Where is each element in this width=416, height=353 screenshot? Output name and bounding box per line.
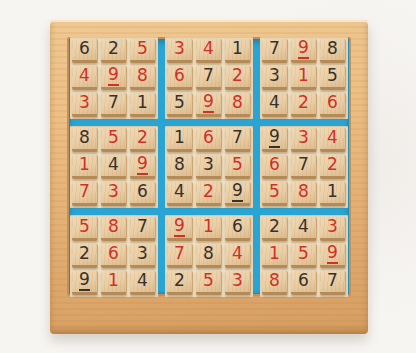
tile-r2c9[interactable]: 5 (320, 66, 346, 90)
tile-r3c4[interactable]: 5 (167, 93, 193, 117)
tile-r4c1[interactable]: 8 (72, 128, 98, 152)
tile-digit: 4 (108, 156, 119, 174)
tile-digit: 4 (269, 94, 280, 112)
tile-r1c4[interactable]: 3 (167, 39, 193, 63)
sudoku-block-r2c1: 852149736 (70, 126, 158, 208)
tile-digit: 8 (269, 272, 280, 290)
tile-digit: 7 (232, 129, 243, 147)
tile-digit: 4 (137, 272, 148, 290)
tile-digit: 5 (79, 218, 90, 236)
tile-r7c5[interactable]: 1 (196, 217, 222, 241)
sudoku-board-frame: 6254983713416725987983154268521497361678… (50, 20, 368, 334)
tile-digit: 4 (232, 245, 243, 263)
tile-digit: 5 (174, 94, 185, 112)
sudoku-block-r1c1: 625498371 (70, 37, 158, 119)
tile-digit: 5 (203, 272, 214, 290)
tile-r1c6[interactable]: 1 (225, 39, 251, 63)
tile-r9c7[interactable]: 8 (262, 271, 288, 295)
tile-digit: 3 (203, 156, 214, 174)
tile-digit: 6 (79, 40, 90, 58)
tile-digit: 3 (269, 67, 280, 85)
sudoku-block-r2c2: 167835429 (165, 126, 253, 208)
tile-digit: 8 (203, 245, 214, 263)
tile-r2c3[interactable]: 8 (130, 66, 156, 90)
sudoku-block-r3c3: 243159867 (260, 215, 348, 297)
tile-r4c2[interactable]: 5 (101, 128, 127, 152)
tile-digit: 8 (298, 183, 309, 201)
tile-digit: 7 (327, 272, 338, 290)
tile-r5c2[interactable]: 4 (101, 155, 127, 179)
tile-r1c1[interactable]: 6 (72, 39, 98, 63)
tile-r5c1[interactable]: 1 (72, 155, 98, 179)
tile-digit: 2 (232, 67, 243, 85)
tile-r4c3[interactable]: 2 (130, 128, 156, 152)
tile-r5c4[interactable]: 8 (167, 155, 193, 179)
tile-digit: 8 (108, 218, 119, 236)
sudoku-block-r2c3: 934672581 (260, 126, 348, 208)
tile-r9c2[interactable]: 1 (101, 271, 127, 295)
tile-r4c4[interactable]: 1 (167, 128, 193, 152)
tile-digit: 7 (298, 156, 309, 174)
tile-digit: 5 (269, 183, 280, 201)
tile-r6c9[interactable]: 1 (320, 182, 346, 206)
tile-digit: 6 (298, 272, 309, 290)
tile-digit: 6 (174, 67, 185, 85)
tile-r7c2[interactable]: 8 (101, 217, 127, 241)
tile-r7c1[interactable]: 5 (72, 217, 98, 241)
tile-digit: 2 (108, 40, 119, 58)
tile-digit: 1 (269, 245, 280, 263)
tile-digit: 9 (298, 39, 309, 59)
board-blue-panel: 6254983713416725987983154268521497361678… (67, 37, 351, 296)
tile-digit: 7 (79, 183, 90, 201)
tile-digit: 9 (174, 217, 185, 237)
tile-r2c6[interactable]: 2 (225, 66, 251, 90)
tile-digit: 6 (232, 218, 243, 236)
sudoku-block-r3c2: 916784253 (165, 215, 253, 297)
tile-r4c7[interactable]: 9 (262, 128, 288, 152)
tile-digit: 3 (137, 245, 148, 263)
tile-digit: 6 (203, 129, 214, 147)
tile-digit: 6 (137, 183, 148, 201)
tile-r5c6[interactable]: 5 (225, 155, 251, 179)
tile-digit: 2 (137, 129, 148, 147)
tile-r9c9[interactable]: 7 (320, 271, 346, 295)
tile-digit: 8 (174, 156, 185, 174)
tile-digit: 8 (232, 94, 243, 112)
tile-digit: 1 (108, 272, 119, 290)
tile-r7c7[interactable]: 2 (262, 217, 288, 241)
tile-digit: 2 (174, 272, 185, 290)
tile-digit: 2 (298, 94, 309, 112)
tile-r2c5[interactable]: 7 (196, 66, 222, 90)
tile-digit: 9 (269, 128, 280, 148)
tile-r9c8[interactable]: 6 (291, 271, 317, 295)
tile-r1c5[interactable]: 4 (196, 39, 222, 63)
tile-digit: 6 (269, 156, 280, 174)
tile-digit: 9 (203, 93, 214, 113)
tile-r2c1[interactable]: 4 (72, 66, 98, 90)
tile-r6c1[interactable]: 7 (72, 182, 98, 206)
tile-r4c9[interactable]: 4 (320, 128, 346, 152)
tile-digit: 4 (79, 67, 90, 85)
tile-digit: 8 (79, 129, 90, 147)
tile-digit: 9 (137, 155, 148, 175)
sudoku-block-r1c2: 341672598 (165, 37, 253, 119)
tile-r2c2[interactable]: 9 (101, 66, 127, 90)
tile-r7c8[interactable]: 4 (291, 217, 317, 241)
tile-r6c7[interactable]: 5 (262, 182, 288, 206)
tile-r8c5[interactable]: 8 (196, 244, 222, 268)
tile-digit: 3 (298, 129, 309, 147)
tile-r9c3[interactable]: 4 (130, 271, 156, 295)
tile-r5c8[interactable]: 7 (291, 155, 317, 179)
tile-r3c7[interactable]: 4 (262, 93, 288, 117)
tile-r9c6[interactable]: 3 (225, 271, 251, 295)
tile-digit: 3 (232, 272, 243, 290)
tile-r6c5[interactable]: 2 (196, 182, 222, 206)
tile-digit: 1 (232, 40, 243, 58)
tile-digit: 4 (298, 218, 309, 236)
tile-r4c8[interactable]: 3 (291, 128, 317, 152)
tile-r8c4[interactable]: 7 (167, 244, 193, 268)
tile-digit: 2 (327, 156, 338, 174)
tile-r9c4[interactable]: 2 (167, 271, 193, 295)
tile-digit: 7 (203, 67, 214, 85)
tile-r1c9[interactable]: 8 (320, 39, 346, 63)
tile-r5c9[interactable]: 2 (320, 155, 346, 179)
tile-r1c2[interactable]: 2 (101, 39, 127, 63)
tile-r8c3[interactable]: 3 (130, 244, 156, 268)
tile-r9c1[interactable]: 9 (72, 271, 98, 295)
tile-digit: 7 (269, 40, 280, 58)
tile-digit: 6 (108, 245, 119, 263)
tile-r6c3[interactable]: 6 (130, 182, 156, 206)
tile-digit: 4 (203, 40, 214, 58)
tile-r7c9[interactable]: 3 (320, 217, 346, 241)
tile-digit: 3 (327, 218, 338, 236)
tile-digit: 2 (79, 245, 90, 263)
tile-r5c5[interactable]: 3 (196, 155, 222, 179)
tile-digit: 5 (232, 156, 243, 174)
tile-digit: 4 (327, 129, 338, 147)
tile-r2c8[interactable]: 1 (291, 66, 317, 90)
tile-digit: 5 (108, 129, 119, 147)
tile-digit: 1 (327, 183, 338, 201)
sudoku-grid: 6254983713416725987983154268521497361678… (70, 37, 348, 297)
tile-r2c7[interactable]: 3 (262, 66, 288, 90)
tile-r8c6[interactable]: 4 (225, 244, 251, 268)
tile-digit: 3 (79, 94, 90, 112)
tile-r8c7[interactable]: 1 (262, 244, 288, 268)
tile-digit: 5 (298, 245, 309, 263)
tile-r9c5[interactable]: 5 (196, 271, 222, 295)
tile-digit: 9 (79, 271, 90, 291)
tile-r4c6[interactable]: 7 (225, 128, 251, 152)
tile-r7c3[interactable]: 7 (130, 217, 156, 241)
tile-r1c3[interactable]: 5 (130, 39, 156, 63)
tile-r7c4[interactable]: 9 (167, 217, 193, 241)
tile-digit: 3 (108, 183, 119, 201)
tile-digit: 1 (203, 218, 214, 236)
tile-r7c6[interactable]: 6 (225, 217, 251, 241)
tile-r8c9[interactable]: 9 (320, 244, 346, 268)
tile-r3c6[interactable]: 8 (225, 93, 251, 117)
tile-r3c2[interactable]: 7 (101, 93, 127, 117)
tile-r8c1[interactable]: 2 (72, 244, 98, 268)
tile-digit: 6 (327, 94, 338, 112)
tile-r3c5[interactable]: 9 (196, 93, 222, 117)
tile-r3c9[interactable]: 6 (320, 93, 346, 117)
tile-digit: 2 (269, 218, 280, 236)
photo-background: 6254983713416725987983154268521497361678… (0, 0, 416, 353)
tile-r6c2[interactable]: 3 (101, 182, 127, 206)
tile-r6c8[interactable]: 8 (291, 182, 317, 206)
tile-digit: 7 (137, 218, 148, 236)
tile-digit: 1 (298, 67, 309, 85)
sudoku-block-r1c3: 798315426 (260, 37, 348, 119)
tile-r5c3[interactable]: 9 (130, 155, 156, 179)
tile-digit: 4 (174, 183, 185, 201)
tile-r8c2[interactable]: 6 (101, 244, 127, 268)
tile-digit: 9 (108, 66, 119, 86)
tile-r6c6[interactable]: 9 (225, 182, 251, 206)
tile-digit: 5 (327, 67, 338, 85)
tile-r4c5[interactable]: 6 (196, 128, 222, 152)
tile-r3c1[interactable]: 3 (72, 93, 98, 117)
tile-digit: 7 (108, 94, 119, 112)
tile-r3c3[interactable]: 1 (130, 93, 156, 117)
tile-digit: 8 (327, 40, 338, 58)
sudoku-block-r3c1: 587263914 (70, 215, 158, 297)
tile-digit: 8 (137, 67, 148, 85)
tile-digit: 9 (232, 182, 243, 202)
tile-r1c7[interactable]: 7 (262, 39, 288, 63)
tile-r2c4[interactable]: 6 (167, 66, 193, 90)
tile-digit: 2 (203, 183, 214, 201)
tile-r5c7[interactable]: 6 (262, 155, 288, 179)
tile-digit: 1 (79, 156, 90, 174)
tile-digit: 9 (327, 244, 338, 264)
tile-r1c8[interactable]: 9 (291, 39, 317, 63)
tile-r6c4[interactable]: 4 (167, 182, 193, 206)
tile-r8c8[interactable]: 5 (291, 244, 317, 268)
tile-digit: 5 (137, 40, 148, 58)
tile-digit: 1 (174, 129, 185, 147)
tile-digit: 3 (174, 40, 185, 58)
tile-r3c8[interactable]: 2 (291, 93, 317, 117)
tile-digit: 7 (174, 245, 185, 263)
tile-digit: 1 (137, 94, 148, 112)
